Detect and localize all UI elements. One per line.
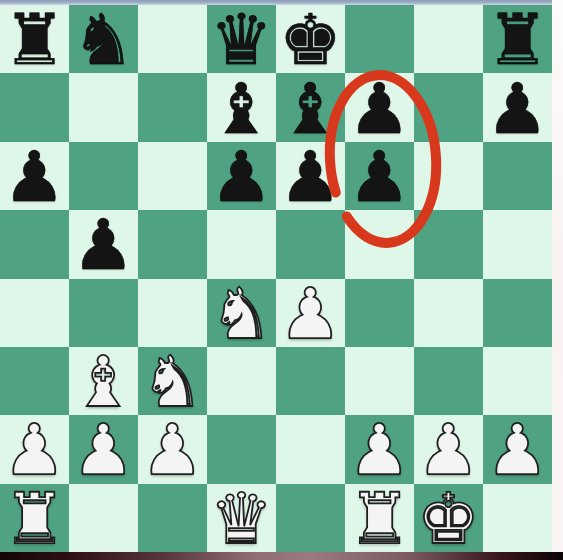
square-h3[interactable] <box>483 347 552 415</box>
square-f6[interactable]: ♟ <box>345 142 414 210</box>
square-b3[interactable]: ♝ <box>69 347 138 415</box>
white-rook-f1[interactable]: ♜ <box>348 484 411 554</box>
white-king-g1[interactable]: ♚ <box>417 484 480 554</box>
square-b5[interactable]: ♟ <box>69 210 138 278</box>
black-pawn-f7[interactable]: ♟ <box>348 74 411 144</box>
square-g2[interactable]: ♟ <box>414 415 483 483</box>
square-b7[interactable] <box>69 73 138 141</box>
white-pawn-a2[interactable]: ♟ <box>3 415 66 485</box>
white-pawn-f2[interactable]: ♟ <box>348 415 411 485</box>
black-pawn-h7[interactable]: ♟ <box>486 74 549 144</box>
white-pawn-c2[interactable]: ♟ <box>141 415 204 485</box>
square-b2[interactable]: ♟ <box>69 415 138 483</box>
black-pawn-b5[interactable]: ♟ <box>72 210 135 280</box>
black-rook-a8[interactable]: ♜ <box>3 5 66 75</box>
square-d6[interactable]: ♟ <box>207 142 276 210</box>
square-d2[interactable] <box>207 415 276 483</box>
white-knight-c3[interactable]: ♞ <box>141 347 204 417</box>
square-b4[interactable] <box>69 279 138 347</box>
square-b1[interactable] <box>69 484 138 552</box>
black-bishop-d7[interactable]: ♝ <box>210 74 273 144</box>
square-c6[interactable] <box>138 142 207 210</box>
right-border-strip <box>552 0 563 552</box>
white-pawn-e4[interactable]: ♟ <box>279 279 342 349</box>
white-bishop-b3[interactable]: ♝ <box>72 347 135 417</box>
square-e7[interactable]: ♝ <box>276 73 345 141</box>
square-e1[interactable] <box>276 484 345 552</box>
black-bishop-e7[interactable]: ♝ <box>279 74 342 144</box>
square-f3[interactable] <box>345 347 414 415</box>
square-g8[interactable] <box>414 5 483 73</box>
square-b6[interactable] <box>69 142 138 210</box>
square-d5[interactable] <box>207 210 276 278</box>
square-d7[interactable]: ♝ <box>207 73 276 141</box>
square-a6[interactable]: ♟ <box>0 142 69 210</box>
square-d3[interactable] <box>207 347 276 415</box>
square-g6[interactable] <box>414 142 483 210</box>
square-e6[interactable]: ♟ <box>276 142 345 210</box>
black-king-e8[interactable]: ♚ <box>279 5 342 75</box>
white-knight-d4[interactable]: ♞ <box>210 279 273 349</box>
video-frame: ♜♞♛♚♜♝♝♟♟♟♟♟♟♟♞♟♝♞♟♟♟♟♟♟♜♛♜♚ <box>0 0 563 560</box>
square-h6[interactable] <box>483 142 552 210</box>
white-pawn-b2[interactable]: ♟ <box>72 415 135 485</box>
square-h7[interactable]: ♟ <box>483 73 552 141</box>
square-a7[interactable] <box>0 73 69 141</box>
square-f4[interactable] <box>345 279 414 347</box>
square-d4[interactable]: ♞ <box>207 279 276 347</box>
square-e3[interactable] <box>276 347 345 415</box>
square-h1[interactable] <box>483 484 552 552</box>
square-a8[interactable]: ♜ <box>0 5 69 73</box>
square-e2[interactable] <box>276 415 345 483</box>
square-a1[interactable]: ♜ <box>0 484 69 552</box>
square-e5[interactable] <box>276 210 345 278</box>
square-g4[interactable] <box>414 279 483 347</box>
white-pawn-g2[interactable]: ♟ <box>417 415 480 485</box>
square-c1[interactable] <box>138 484 207 552</box>
square-f5[interactable] <box>345 210 414 278</box>
square-h5[interactable] <box>483 210 552 278</box>
square-e4[interactable]: ♟ <box>276 279 345 347</box>
square-g7[interactable] <box>414 73 483 141</box>
square-a3[interactable] <box>0 347 69 415</box>
square-h4[interactable] <box>483 279 552 347</box>
black-rook-h8[interactable]: ♜ <box>486 5 549 75</box>
bottom-border-strip <box>0 552 563 560</box>
square-a2[interactable]: ♟ <box>0 415 69 483</box>
black-pawn-a6[interactable]: ♟ <box>3 142 66 212</box>
black-queen-d8[interactable]: ♛ <box>210 5 273 75</box>
square-c7[interactable] <box>138 73 207 141</box>
white-rook-a1[interactable]: ♜ <box>3 484 66 554</box>
square-c5[interactable] <box>138 210 207 278</box>
square-g5[interactable] <box>414 210 483 278</box>
black-knight-b8[interactable]: ♞ <box>72 5 135 75</box>
square-c2[interactable]: ♟ <box>138 415 207 483</box>
square-h2[interactable]: ♟ <box>483 415 552 483</box>
square-f2[interactable]: ♟ <box>345 415 414 483</box>
square-b8[interactable]: ♞ <box>69 5 138 73</box>
square-f8[interactable] <box>345 5 414 73</box>
square-g1[interactable]: ♚ <box>414 484 483 552</box>
square-c8[interactable] <box>138 5 207 73</box>
white-pawn-h2[interactable]: ♟ <box>486 415 549 485</box>
square-e8[interactable]: ♚ <box>276 5 345 73</box>
square-f7[interactable]: ♟ <box>345 73 414 141</box>
square-d8[interactable]: ♛ <box>207 5 276 73</box>
square-c4[interactable] <box>138 279 207 347</box>
black-pawn-d6[interactable]: ♟ <box>210 142 273 212</box>
chess-board[interactable]: ♜♞♛♚♜♝♝♟♟♟♟♟♟♟♞♟♝♞♟♟♟♟♟♟♜♛♜♚ <box>0 5 552 552</box>
square-g3[interactable] <box>414 347 483 415</box>
square-a4[interactable] <box>0 279 69 347</box>
square-f1[interactable]: ♜ <box>345 484 414 552</box>
square-a5[interactable] <box>0 210 69 278</box>
black-pawn-e6[interactable]: ♟ <box>279 142 342 212</box>
square-h8[interactable]: ♜ <box>483 5 552 73</box>
square-c3[interactable]: ♞ <box>138 347 207 415</box>
black-pawn-f6[interactable]: ♟ <box>348 142 411 212</box>
square-d1[interactable]: ♛ <box>207 484 276 552</box>
white-queen-d1[interactable]: ♛ <box>210 484 273 554</box>
